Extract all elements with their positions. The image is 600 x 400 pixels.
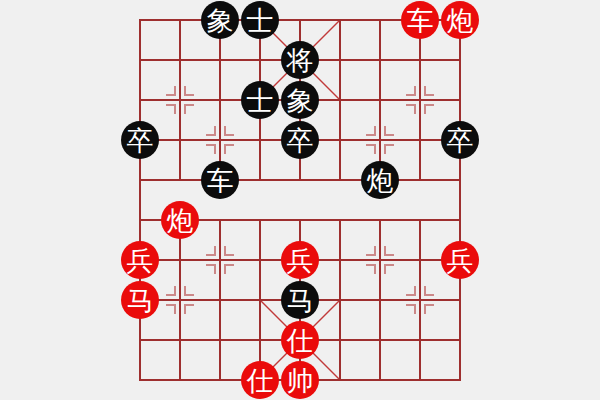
point-marker	[384, 264, 394, 274]
point-marker	[224, 264, 234, 274]
point-marker	[424, 304, 434, 314]
point-marker	[166, 286, 176, 296]
point-marker	[224, 144, 234, 154]
piece-red-advisor[interactable]: 仕	[241, 361, 279, 399]
grid-line	[339, 219, 341, 381]
xiangqi-app: 象士车炮将士象卒卒卒车炮炮兵兵兵马马仕仕帅	[0, 0, 600, 400]
point-marker	[184, 304, 194, 314]
point-marker	[206, 246, 216, 256]
point-marker	[184, 286, 194, 296]
point-marker	[166, 86, 176, 96]
point-marker	[366, 246, 376, 256]
piece-black-soldier[interactable]: 卒	[441, 121, 479, 159]
piece-red-soldier[interactable]: 兵	[281, 241, 319, 279]
point-marker	[206, 264, 216, 274]
point-marker	[206, 126, 216, 136]
piece-black-general[interactable]: 将	[281, 41, 319, 79]
grid-line	[179, 19, 181, 181]
grid-line	[419, 19, 421, 181]
point-marker	[406, 104, 416, 114]
piece-red-advisor[interactable]: 仕	[281, 321, 319, 359]
point-marker	[366, 126, 376, 136]
grid-line	[139, 19, 141, 381]
point-marker	[406, 304, 416, 314]
piece-black-elephant[interactable]: 象	[201, 1, 239, 39]
grid-line	[379, 19, 381, 181]
piece-black-chariot[interactable]: 车	[201, 161, 239, 199]
point-marker	[424, 86, 434, 96]
grid-line	[419, 219, 421, 381]
point-marker	[424, 104, 434, 114]
point-marker	[184, 104, 194, 114]
piece-black-soldier[interactable]: 卒	[281, 121, 319, 159]
piece-black-advisor[interactable]: 士	[241, 1, 279, 39]
piece-black-cannon[interactable]: 炮	[361, 161, 399, 199]
grid-line	[219, 219, 221, 381]
grid-line	[459, 19, 461, 381]
point-marker	[184, 86, 194, 96]
point-marker	[366, 264, 376, 274]
piece-red-soldier[interactable]: 兵	[121, 241, 159, 279]
grid-line	[379, 219, 381, 381]
piece-red-chariot[interactable]: 车	[401, 1, 439, 39]
point-marker	[166, 304, 176, 314]
point-marker	[384, 126, 394, 136]
piece-red-cannon[interactable]: 炮	[441, 1, 479, 39]
point-marker	[424, 286, 434, 296]
piece-red-horse[interactable]: 马	[121, 281, 159, 319]
xiangqi-board: 象士车炮将士象卒卒卒车炮炮兵兵兵马马仕仕帅	[140, 20, 460, 380]
piece-black-horse[interactable]: 马	[281, 281, 319, 319]
point-marker	[406, 86, 416, 96]
point-marker	[384, 144, 394, 154]
point-marker	[384, 246, 394, 256]
grid-line	[339, 19, 341, 181]
piece-red-cannon[interactable]: 炮	[161, 201, 199, 239]
point-marker	[166, 104, 176, 114]
point-marker	[206, 144, 216, 154]
piece-red-soldier[interactable]: 兵	[441, 241, 479, 279]
grid-line	[259, 219, 261, 381]
point-marker	[366, 144, 376, 154]
piece-black-elephant[interactable]: 象	[281, 81, 319, 119]
point-marker	[406, 286, 416, 296]
piece-black-soldier[interactable]: 卒	[121, 121, 159, 159]
point-marker	[224, 246, 234, 256]
grid-line	[219, 19, 221, 181]
piece-red-general[interactable]: 帅	[281, 361, 319, 399]
grid-line	[179, 219, 181, 381]
point-marker	[224, 126, 234, 136]
piece-black-advisor[interactable]: 士	[241, 81, 279, 119]
